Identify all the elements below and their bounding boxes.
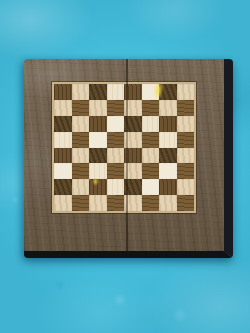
photo-background [0,0,250,333]
board-square-dark [89,179,107,195]
board-square-dark [142,195,160,211]
board-frame-inlay [52,82,196,213]
board-square-dark [72,163,90,179]
board-square-dark [142,132,160,148]
board-square-dark [54,84,72,100]
board-square-dark [72,132,90,148]
board-square-light [89,195,107,211]
board-square-dark [159,179,177,195]
board-square-light [54,100,72,116]
board-square-dark [177,132,195,148]
board-square-light [107,116,125,132]
board-square-dark [107,195,125,211]
board-square-light [142,84,160,100]
board-square-dark [107,100,125,116]
chess-board [24,59,233,258]
board-square-dark [89,84,107,100]
board-square-dark [124,116,142,132]
board-square-dark [177,100,195,116]
board-square-light [124,195,142,211]
board-square-light [159,132,177,148]
board-square-light [54,195,72,211]
board-square-light [89,132,107,148]
board-square-dark [107,163,125,179]
board-square-dark [54,148,72,164]
board-square-dark [89,148,107,164]
board-square-light [89,163,107,179]
board-square-light [124,100,142,116]
board-square-dark [142,163,160,179]
board-square-dark [159,116,177,132]
board-square-light [142,116,160,132]
board-square-dark [159,148,177,164]
board-square-dark [124,179,142,195]
board-square-dark [107,132,125,148]
board-square-dark [54,116,72,132]
board-square-light [177,84,195,100]
board-square-light [107,84,125,100]
board-square-light [159,100,177,116]
board-square-light [159,163,177,179]
board-square-light [72,84,90,100]
board-square-dark [142,100,160,116]
board-square-light [142,179,160,195]
board-square-dark [177,163,195,179]
board-square-light [107,179,125,195]
board-square-light [159,195,177,211]
board-square-light [124,163,142,179]
board-square-light [72,148,90,164]
board-square-light [177,179,195,195]
board-square-light [54,132,72,148]
board-square-light [177,148,195,164]
board-square-dark [159,84,177,100]
board-square-light [107,148,125,164]
board-square-dark [177,195,195,211]
board-square-light [142,148,160,164]
board-square-dark [124,148,142,164]
board-square-light [124,132,142,148]
board-grid [54,84,194,211]
board-square-light [54,163,72,179]
board-square-dark [72,195,90,211]
board-square-dark [89,116,107,132]
board-square-dark [54,179,72,195]
board-square-light [177,116,195,132]
board-square-dark [124,84,142,100]
board-square-light [89,100,107,116]
board-square-light [72,179,90,195]
board-square-dark [72,100,90,116]
board-square-light [72,116,90,132]
